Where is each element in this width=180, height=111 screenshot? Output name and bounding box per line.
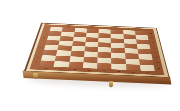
square-b1 bbox=[54, 61, 69, 67]
rank-mark-6-left bbox=[43, 37, 45, 38]
rank-mark-4-right bbox=[154, 52, 156, 53]
rank-mark-2-right bbox=[156, 62, 158, 63]
rank-mark-8-right bbox=[150, 33, 152, 34]
file-mark-f-far bbox=[116, 28, 118, 29]
file-mark-h-far bbox=[140, 29, 142, 30]
file-mark-h-near bbox=[147, 72, 149, 73]
file-mark-b-far bbox=[68, 26, 70, 27]
file-mark-c-near bbox=[74, 69, 76, 70]
rank-mark-6-right bbox=[152, 42, 154, 43]
rank-mark-8-left bbox=[46, 29, 48, 30]
brass-latch bbox=[33, 73, 38, 78]
square-a1 bbox=[39, 60, 55, 66]
rank-mark-3-right bbox=[155, 57, 157, 58]
square-e1 bbox=[97, 63, 111, 69]
brass-hinge bbox=[109, 81, 113, 87]
chess-board bbox=[24, 23, 170, 78]
file-mark-c-far bbox=[80, 27, 82, 28]
square-d1 bbox=[83, 62, 98, 68]
file-mark-e-near bbox=[103, 70, 105, 71]
square-c1 bbox=[68, 62, 83, 68]
rank-mark-3-left bbox=[38, 52, 40, 53]
file-mark-a-far bbox=[56, 26, 58, 27]
square-g1 bbox=[126, 64, 141, 70]
square-f1 bbox=[111, 63, 126, 69]
rank-mark-7-left bbox=[44, 33, 46, 34]
file-mark-g-far bbox=[128, 29, 130, 30]
playing-field bbox=[39, 27, 155, 71]
photo-background bbox=[0, 0, 180, 111]
file-mark-f-near bbox=[118, 71, 120, 72]
file-mark-b-near bbox=[59, 68, 61, 69]
square-h1 bbox=[140, 65, 155, 72]
file-mark-g-near bbox=[132, 72, 134, 73]
rank-mark-4-left bbox=[40, 47, 42, 48]
rank-mark-7-right bbox=[151, 37, 153, 38]
file-mark-e-far bbox=[104, 28, 106, 29]
rank-mark-2-left bbox=[37, 57, 39, 58]
file-mark-a-near bbox=[45, 68, 47, 69]
